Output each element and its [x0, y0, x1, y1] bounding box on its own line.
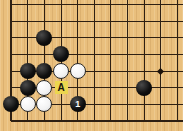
white-stone: [20, 96, 36, 112]
point-G7[interactable]: [103, 13, 120, 30]
point-E8[interactable]: [69, 0, 86, 13]
grid-line-vertical: [61, 13, 62, 30]
point-B7[interactable]: [20, 13, 37, 30]
point-G5[interactable]: [103, 46, 120, 63]
grid-line-vertical: [61, 113, 62, 121]
grid-line-vertical: [94, 46, 95, 63]
point-K3[interactable]: [152, 79, 169, 96]
point-L7[interactable]: [169, 13, 183, 30]
point-E6[interactable]: [69, 29, 86, 46]
grid-line-vertical: [10, 46, 12, 63]
point-F7[interactable]: [86, 13, 103, 30]
grid-line-vertical: [77, 29, 78, 46]
label-A: A: [55, 81, 68, 94]
grid-line-vertical: [177, 113, 178, 121]
point-H7[interactable]: [119, 13, 136, 30]
grid-line-vertical: [127, 79, 128, 96]
grid-line-vertical: [110, 29, 111, 46]
grid-line-horizontal: [11, 4, 19, 5]
white-stone: [53, 63, 69, 79]
grid-line-vertical: [44, 46, 45, 63]
point-F1[interactable]: [86, 113, 103, 130]
grid-line-vertical: [77, 46, 78, 63]
point-C1[interactable]: [36, 113, 53, 130]
grid-line-vertical: [144, 96, 145, 113]
point-D8[interactable]: [53, 0, 70, 13]
grid-line-vertical: [177, 79, 178, 96]
grid-line-vertical: [94, 96, 95, 113]
grid-line-vertical: [77, 79, 78, 96]
grid-line-vertical: [10, 0, 12, 13]
point-K2[interactable]: [152, 96, 169, 113]
black-stone: [3, 96, 19, 112]
grid-line-vertical: [127, 46, 128, 63]
grid-line-vertical: [127, 13, 128, 30]
point-G8[interactable]: [103, 0, 120, 13]
grid-line-vertical: [77, 113, 78, 121]
board-grid: A1: [3, 0, 183, 130]
point-L1[interactable]: [169, 113, 183, 130]
grid-line-vertical: [10, 79, 12, 96]
point-J5[interactable]: [136, 46, 153, 63]
grid-line-vertical: [61, 96, 62, 113]
point-F8[interactable]: [86, 0, 103, 13]
point-L3[interactable]: [169, 79, 183, 96]
point-D1[interactable]: [53, 113, 70, 130]
grid-line-vertical: [77, 13, 78, 30]
point-L5[interactable]: [169, 46, 183, 63]
point-A8[interactable]: [3, 0, 20, 13]
grid-line-vertical: [10, 63, 12, 80]
point-B4[interactable]: [20, 63, 37, 80]
grid-line-vertical: [144, 0, 145, 13]
grid-line-vertical: [127, 113, 128, 121]
grid-line-horizontal: [11, 87, 19, 88]
grid-line-vertical: [110, 46, 111, 63]
grid-line-vertical: [94, 0, 95, 13]
point-D6[interactable]: [53, 29, 70, 46]
point-D7[interactable]: [53, 13, 70, 30]
grid-line-vertical: [10, 113, 12, 121]
move-number-label: 1: [75, 99, 80, 108]
point-G4[interactable]: [103, 63, 120, 80]
black-stone: [20, 80, 36, 96]
black-stone: [136, 80, 152, 96]
point-L8[interactable]: [169, 0, 183, 13]
white-stone: [70, 63, 86, 79]
grid-line-vertical: [177, 96, 178, 113]
grid-line-vertical: [10, 13, 12, 30]
point-B2[interactable]: [20, 96, 37, 113]
point-K6[interactable]: [152, 29, 169, 46]
point-H4[interactable]: [119, 63, 136, 80]
star-point: [157, 68, 164, 75]
point-D3[interactable]: A: [53, 79, 70, 96]
point-C3[interactable]: [36, 79, 53, 96]
grid-line-vertical: [27, 29, 28, 46]
black-stone: [36, 63, 52, 79]
point-E3[interactable]: [69, 79, 86, 96]
grid-line-vertical: [94, 29, 95, 46]
grid-line-vertical: [27, 0, 28, 13]
grid-line-vertical: [61, 29, 62, 46]
point-K5[interactable]: [152, 46, 169, 63]
grid-line-vertical: [110, 113, 111, 121]
grid-line-vertical: [160, 0, 161, 13]
point-K8[interactable]: [152, 0, 169, 13]
point-E4[interactable]: [69, 63, 86, 80]
point-A1[interactable]: [3, 113, 20, 130]
grid-line-vertical: [160, 113, 161, 121]
point-E7[interactable]: [69, 13, 86, 30]
grid-line-vertical: [127, 96, 128, 113]
point-K4[interactable]: [152, 63, 169, 80]
grid-line-vertical: [110, 79, 111, 96]
point-C2[interactable]: [36, 96, 53, 113]
point-F2[interactable]: [86, 96, 103, 113]
point-F5[interactable]: [86, 46, 103, 63]
point-A6[interactable]: [3, 29, 20, 46]
point-G3[interactable]: [103, 79, 120, 96]
point-F6[interactable]: [86, 29, 103, 46]
point-D2[interactable]: [53, 96, 70, 113]
point-L2[interactable]: [169, 96, 183, 113]
point-G1[interactable]: [103, 113, 120, 130]
grid-line-vertical: [177, 63, 178, 80]
grid-line-vertical: [144, 113, 145, 121]
point-A3[interactable]: [3, 79, 20, 96]
grid-line-vertical: [177, 29, 178, 46]
grid-line-vertical: [27, 13, 28, 30]
point-J4[interactable]: [136, 63, 153, 80]
grid-line-vertical: [144, 63, 145, 80]
point-K7[interactable]: [152, 13, 169, 30]
white-stone: [36, 96, 52, 112]
point-B6[interactable]: [20, 29, 37, 46]
point-C4[interactable]: [36, 63, 53, 80]
grid-line-vertical: [10, 29, 12, 46]
point-H5[interactable]: [119, 46, 136, 63]
grid-line-vertical: [127, 63, 128, 80]
grid-line-vertical: [160, 46, 161, 63]
grid-line-vertical: [94, 63, 95, 80]
grid-line-vertical: [160, 13, 161, 30]
grid-line-vertical: [94, 113, 95, 121]
grid-line-vertical: [27, 46, 28, 63]
grid-line-vertical: [177, 46, 178, 63]
point-A5[interactable]: [3, 46, 20, 63]
grid-line-vertical: [110, 63, 111, 80]
grid-line-vertical: [77, 0, 78, 13]
grid-line-vertical: [160, 96, 161, 113]
black-stone: [36, 30, 52, 46]
point-J3[interactable]: [136, 79, 153, 96]
point-A2[interactable]: [3, 96, 20, 113]
move-1-black-stone: 1: [70, 96, 86, 112]
point-G6[interactable]: [103, 29, 120, 46]
point-D4[interactable]: [53, 63, 70, 80]
point-A4[interactable]: [3, 63, 20, 80]
grid-line-vertical: [110, 13, 111, 30]
point-L6[interactable]: [169, 29, 183, 46]
grid-line-horizontal: [11, 71, 19, 72]
point-E2[interactable]: 1: [69, 96, 86, 113]
point-J2[interactable]: [136, 96, 153, 113]
grid-line-vertical: [27, 113, 28, 121]
grid-line-vertical: [44, 13, 45, 30]
grid-line-vertical: [127, 29, 128, 46]
point-H2[interactable]: [119, 96, 136, 113]
point-B1[interactable]: [20, 113, 37, 130]
grid-line-vertical: [110, 96, 111, 113]
point-H6[interactable]: [119, 29, 136, 46]
black-stone: [20, 63, 36, 79]
point-J7[interactable]: [136, 13, 153, 30]
point-J8[interactable]: [136, 0, 153, 13]
grid-line-horizontal: [11, 54, 19, 55]
grid-line-vertical: [160, 79, 161, 96]
point-H8[interactable]: [119, 0, 136, 13]
grid-line-vertical: [177, 0, 178, 13]
grid-line-vertical: [127, 0, 128, 13]
grid-line-vertical: [94, 13, 95, 30]
grid-line-vertical: [61, 0, 62, 13]
point-J1[interactable]: [136, 113, 153, 130]
point-L4[interactable]: [169, 63, 183, 80]
point-E5[interactable]: [69, 46, 86, 63]
point-B5[interactable]: [20, 46, 37, 63]
grid-line-vertical: [177, 13, 178, 30]
point-E1[interactable]: [69, 113, 86, 130]
point-C7[interactable]: [36, 13, 53, 30]
white-stone: [36, 80, 52, 96]
grid-line-horizontal: [11, 120, 19, 122]
grid-line-vertical: [144, 46, 145, 63]
grid-line-horizontal: [11, 37, 19, 38]
point-G2[interactable]: [103, 96, 120, 113]
point-C8[interactable]: [36, 0, 53, 13]
point-H1[interactable]: [119, 113, 136, 130]
point-J6[interactable]: [136, 29, 153, 46]
point-D5[interactable]: [53, 46, 70, 63]
point-K1[interactable]: [152, 113, 169, 130]
grid-line-vertical: [144, 29, 145, 46]
point-F3[interactable]: [86, 79, 103, 96]
grid-line-vertical: [160, 29, 161, 46]
point-H3[interactable]: [119, 79, 136, 96]
grid-line-vertical: [144, 13, 145, 30]
point-A7[interactable]: [3, 13, 20, 30]
grid-line-vertical: [44, 113, 45, 121]
go-board: A1: [0, 0, 183, 131]
grid-line-vertical: [44, 0, 45, 13]
point-B8[interactable]: [20, 0, 37, 13]
grid-line-horizontal: [11, 21, 19, 22]
black-stone: [53, 46, 69, 62]
point-B3[interactable]: [20, 79, 37, 96]
grid-line-vertical: [110, 0, 111, 13]
grid-line-vertical: [94, 79, 95, 96]
point-F4[interactable]: [86, 63, 103, 80]
point-C6[interactable]: [36, 29, 53, 46]
point-C5[interactable]: [36, 46, 53, 63]
